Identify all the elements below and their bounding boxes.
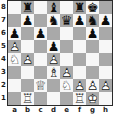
square-b4[interactable]: ♟♙ [21, 53, 34, 66]
square-e6[interactable] [60, 27, 73, 40]
white-pawn-piece: ♟♙ [99, 79, 112, 92]
square-f4[interactable] [73, 53, 86, 66]
black-pawn-piece: ♟ [86, 27, 99, 40]
square-g5[interactable] [86, 40, 99, 53]
square-d1[interactable] [47, 92, 60, 105]
white-queen-piece: ♛♕ [34, 79, 47, 92]
white-pawn-piece: ♟♙ [21, 53, 34, 66]
square-c6[interactable]: ♟ [34, 27, 47, 40]
square-g4[interactable] [86, 53, 99, 66]
file-labels: abcdefgh [8, 106, 112, 115]
file-label-e: e [60, 106, 73, 115]
square-d7[interactable]: ♞ [47, 14, 60, 27]
white-rook-piece: ♜♖ [21, 92, 34, 105]
square-e5[interactable] [60, 40, 73, 53]
white-knight-piece: ♞♘ [8, 53, 21, 66]
square-c4[interactable] [34, 53, 47, 66]
square-e7[interactable]: ♛ [60, 14, 73, 27]
file-label-c: c [34, 106, 47, 115]
rank-label-2: 2 [0, 79, 7, 92]
square-a3[interactable] [8, 66, 21, 79]
file-label-d: d [47, 106, 60, 115]
square-g6[interactable]: ♟ [86, 27, 99, 40]
chess-diagram: 87654321 ♜♝♜♚♟♞♛♟♞♟♟♟♟♟♙♟♞♘♟♙♟♙♝♗♟♙♛♕♞♘♟… [0, 0, 115, 115]
white-bishop-piece: ♝♗ [47, 66, 60, 79]
square-h6[interactable] [99, 27, 112, 40]
rank-label-6: 6 [0, 27, 7, 40]
rank-label-1: 1 [0, 92, 7, 105]
square-b6[interactable] [21, 27, 34, 40]
white-king-piece: ♚♔ [86, 92, 99, 105]
square-f7[interactable]: ♟ [73, 14, 86, 27]
square-f1[interactable]: ♜♖ [73, 92, 86, 105]
square-e2[interactable]: ♞♘ [60, 79, 73, 92]
rank-label-4: 4 [0, 53, 7, 66]
square-c1[interactable] [34, 92, 47, 105]
rank-labels: 87654321 [0, 1, 7, 105]
square-a8[interactable] [8, 1, 21, 14]
square-b3[interactable] [21, 66, 34, 79]
square-g1[interactable]: ♚♔ [86, 92, 99, 105]
square-h7[interactable]: ♟ [99, 14, 112, 27]
rank-label-8: 8 [0, 1, 7, 14]
square-f5[interactable] [73, 40, 86, 53]
square-b1[interactable]: ♜♖ [21, 92, 34, 105]
square-c8[interactable] [34, 1, 47, 14]
rank-label-3: 3 [0, 66, 7, 79]
black-queen-piece: ♛ [60, 14, 73, 27]
square-h2[interactable]: ♟♙ [99, 79, 112, 92]
file-label-h: h [99, 106, 112, 115]
black-pawn-piece: ♟ [34, 27, 47, 40]
file-label-f: f [73, 106, 86, 115]
square-d3[interactable]: ♝♗ [47, 66, 60, 79]
square-c2[interactable]: ♛♕ [34, 79, 47, 92]
black-pawn-piece: ♟ [21, 14, 34, 27]
rank-label-7: 7 [0, 14, 7, 27]
square-h5[interactable] [99, 40, 112, 53]
square-a1[interactable] [8, 92, 21, 105]
square-b7[interactable]: ♟ [21, 14, 34, 27]
rank-label-5: 5 [0, 40, 7, 53]
chess-board: ♜♝♜♚♟♞♛♟♞♟♟♟♟♟♙♟♞♘♟♙♟♙♝♗♟♙♛♕♞♘♟♙♟♙♟♙♜♖♜♖… [7, 0, 113, 106]
square-a2[interactable] [8, 79, 21, 92]
white-rook-piece: ♜♖ [73, 92, 86, 105]
black-pawn-piece: ♟ [99, 14, 112, 27]
file-label-g: g [86, 106, 99, 115]
square-e1[interactable] [60, 92, 73, 105]
square-h4[interactable] [99, 53, 112, 66]
square-d2[interactable] [47, 79, 60, 92]
square-f6[interactable] [73, 27, 86, 40]
square-a4[interactable]: ♞♘ [8, 53, 21, 66]
white-knight-piece: ♞♘ [60, 79, 73, 92]
file-label-b: b [21, 106, 34, 115]
black-knight-piece: ♞ [47, 14, 60, 27]
square-c5[interactable] [34, 40, 47, 53]
file-label-a: a [8, 106, 21, 115]
black-pawn-piece: ♟ [73, 14, 86, 27]
square-h1[interactable] [99, 92, 112, 105]
